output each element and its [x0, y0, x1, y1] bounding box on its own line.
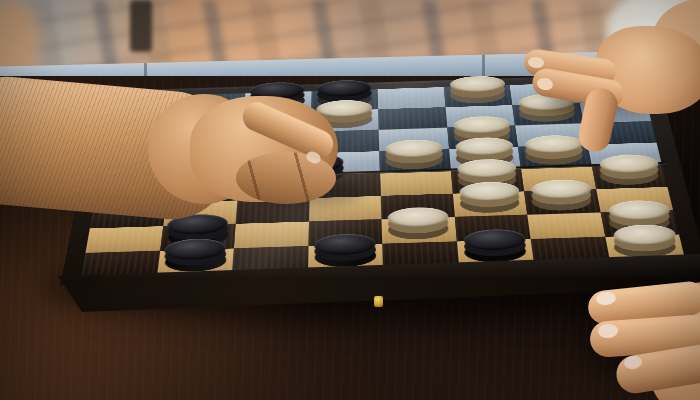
right-player-bottom-hand — [0, 0, 700, 400]
photo-checkers-scene: ♞♞♞♞♞♞♞♞♞♞♞♞♞♞ — [0, 0, 700, 400]
